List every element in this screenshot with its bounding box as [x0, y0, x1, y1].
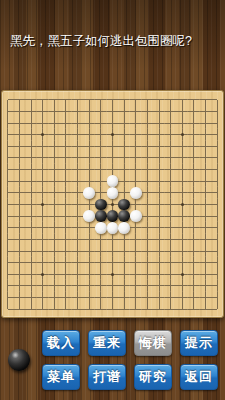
board-cell[interactable]	[72, 175, 84, 187]
board-cell[interactable]	[211, 175, 223, 187]
board-cell[interactable]	[14, 234, 26, 246]
board-cell[interactable]	[153, 152, 165, 164]
board-cell[interactable]	[188, 152, 200, 164]
board-cell[interactable]	[37, 292, 49, 304]
board-cell[interactable]	[165, 129, 177, 141]
board-cell[interactable]	[14, 199, 26, 211]
board-cell[interactable]	[2, 129, 14, 141]
board-cell[interactable]	[72, 187, 84, 199]
board-cell[interactable]	[107, 222, 119, 234]
board-cell[interactable]	[14, 141, 26, 153]
board-cell[interactable]	[72, 164, 84, 176]
board-cell[interactable]	[95, 175, 107, 187]
board-cell[interactable]	[25, 257, 37, 269]
board-cell[interactable]	[165, 187, 177, 199]
board-cell[interactable]	[49, 234, 61, 246]
board-cell[interactable]	[153, 199, 165, 211]
board-cell[interactable]	[200, 94, 212, 106]
board-cell[interactable]	[14, 187, 26, 199]
button-kifu[interactable]: 打谱	[88, 364, 126, 390]
board-cell[interactable]	[142, 164, 154, 176]
board-cell[interactable]	[2, 164, 14, 176]
board-cell[interactable]	[130, 129, 142, 141]
board-cell[interactable]	[176, 152, 188, 164]
board-cell[interactable]	[176, 222, 188, 234]
board-cell[interactable]	[211, 141, 223, 153]
board-cell[interactable]	[165, 234, 177, 246]
board-cell[interactable]	[2, 292, 14, 304]
board-cell[interactable]	[130, 164, 142, 176]
board-cell[interactable]	[60, 106, 72, 118]
board-cell[interactable]	[83, 303, 95, 315]
board-cell[interactable]	[25, 234, 37, 246]
board-cell[interactable]	[49, 175, 61, 187]
board-cell[interactable]	[142, 187, 154, 199]
board-cell[interactable]	[118, 106, 130, 118]
board-cell[interactable]	[83, 164, 95, 176]
board-cell[interactable]	[211, 257, 223, 269]
board-cell[interactable]	[2, 222, 14, 234]
board-cell[interactable]	[107, 106, 119, 118]
board-cell[interactable]	[95, 106, 107, 118]
board-cell[interactable]	[49, 141, 61, 153]
board-cell[interactable]	[107, 117, 119, 129]
board-cell[interactable]	[142, 141, 154, 153]
board-cell[interactable]	[14, 117, 26, 129]
board-cell[interactable]	[153, 164, 165, 176]
board-cell[interactable]	[188, 187, 200, 199]
board-cell[interactable]	[188, 303, 200, 315]
board-cell[interactable]	[200, 234, 212, 246]
board-cell[interactable]	[130, 175, 142, 187]
board-cell[interactable]	[153, 106, 165, 118]
board-cell[interactable]	[25, 152, 37, 164]
board-cell[interactable]	[153, 257, 165, 269]
board-cell[interactable]	[130, 303, 142, 315]
board-cell[interactable]	[83, 268, 95, 280]
board-cell[interactable]	[60, 141, 72, 153]
board-cell[interactable]	[2, 303, 14, 315]
board-cell[interactable]	[25, 222, 37, 234]
board-cell[interactable]	[176, 210, 188, 222]
board-cell[interactable]	[153, 175, 165, 187]
board-cell[interactable]	[142, 210, 154, 222]
board-cell[interactable]	[25, 280, 37, 292]
board-cell[interactable]	[211, 129, 223, 141]
board-cell[interactable]	[2, 280, 14, 292]
board-cell[interactable]	[153, 117, 165, 129]
board-cell[interactable]	[130, 257, 142, 269]
board-cell[interactable]	[49, 257, 61, 269]
board-cell[interactable]	[60, 303, 72, 315]
board-cell[interactable]	[130, 94, 142, 106]
board-cell[interactable]	[72, 129, 84, 141]
board-cell[interactable]	[118, 94, 130, 106]
board-cell[interactable]	[95, 292, 107, 304]
board-cell[interactable]	[14, 245, 26, 257]
board-cell[interactable]	[118, 222, 130, 234]
board-cell[interactable]	[118, 234, 130, 246]
board-cell[interactable]	[25, 245, 37, 257]
board-cell[interactable]	[83, 210, 95, 222]
board-cell[interactable]	[176, 245, 188, 257]
board-cell[interactable]	[142, 257, 154, 269]
board-cell[interactable]	[14, 94, 26, 106]
board-cell[interactable]	[153, 280, 165, 292]
board-cell[interactable]	[176, 175, 188, 187]
board-cell[interactable]	[60, 117, 72, 129]
board-cell[interactable]	[188, 141, 200, 153]
board-cell[interactable]	[165, 94, 177, 106]
board-cell[interactable]	[118, 245, 130, 257]
board-cell[interactable]	[107, 164, 119, 176]
board-cell[interactable]	[107, 141, 119, 153]
board-cell[interactable]	[72, 257, 84, 269]
board-cell[interactable]	[49, 245, 61, 257]
board-cell[interactable]	[107, 129, 119, 141]
board-cell[interactable]	[200, 210, 212, 222]
board-cell[interactable]	[142, 268, 154, 280]
board-cell[interactable]	[130, 187, 142, 199]
board-cell[interactable]	[25, 175, 37, 187]
board-cell[interactable]	[211, 292, 223, 304]
board-cell[interactable]	[83, 292, 95, 304]
board-cell[interactable]	[142, 152, 154, 164]
board-cell[interactable]	[165, 292, 177, 304]
board-cell[interactable]	[95, 268, 107, 280]
board-cell[interactable]	[2, 175, 14, 187]
board-cell[interactable]	[153, 222, 165, 234]
board-cell[interactable]	[14, 106, 26, 118]
button-load[interactable]: 载入	[42, 330, 80, 356]
board-cell[interactable]	[107, 152, 119, 164]
board-cell[interactable]	[107, 292, 119, 304]
board-cell[interactable]	[165, 141, 177, 153]
board-cell[interactable]	[49, 292, 61, 304]
board-cell[interactable]	[200, 164, 212, 176]
board-cell[interactable]	[188, 222, 200, 234]
board-cell[interactable]	[14, 129, 26, 141]
board-cell[interactable]	[72, 268, 84, 280]
board-cell[interactable]	[37, 210, 49, 222]
board-cell[interactable]	[72, 106, 84, 118]
board-cell[interactable]	[49, 303, 61, 315]
board-cell[interactable]	[25, 164, 37, 176]
board-cell[interactable]	[165, 245, 177, 257]
board-cell[interactable]	[153, 268, 165, 280]
board-cell[interactable]	[2, 187, 14, 199]
board-cell[interactable]	[142, 106, 154, 118]
board-cell[interactable]	[37, 199, 49, 211]
board-cell[interactable]	[188, 234, 200, 246]
board-cell[interactable]	[37, 245, 49, 257]
board-cell[interactable]	[165, 268, 177, 280]
board-cell[interactable]	[2, 141, 14, 153]
board-cell[interactable]	[130, 234, 142, 246]
board-cell[interactable]	[83, 199, 95, 211]
board-cell[interactable]	[37, 280, 49, 292]
board-cell[interactable]	[142, 129, 154, 141]
button-undo[interactable]: 悔棋	[134, 330, 172, 356]
board-cell[interactable]	[95, 234, 107, 246]
board-cell[interactable]	[83, 141, 95, 153]
board-cell[interactable]	[188, 117, 200, 129]
board-cell[interactable]	[83, 187, 95, 199]
board-cell[interactable]	[188, 164, 200, 176]
board-cell[interactable]	[107, 210, 119, 222]
board-cell[interactable]	[118, 292, 130, 304]
board-cell[interactable]	[72, 303, 84, 315]
board-cell[interactable]	[25, 94, 37, 106]
board-cell[interactable]	[142, 280, 154, 292]
board-cell[interactable]	[37, 94, 49, 106]
board-cell[interactable]	[176, 292, 188, 304]
board-cell[interactable]	[188, 129, 200, 141]
board-cell[interactable]	[200, 152, 212, 164]
board-cell[interactable]	[14, 210, 26, 222]
board-cell[interactable]	[176, 187, 188, 199]
board-cell[interactable]	[200, 245, 212, 257]
board-cell[interactable]	[107, 280, 119, 292]
board-cell[interactable]	[118, 268, 130, 280]
board-cell[interactable]	[153, 94, 165, 106]
board-cell[interactable]	[211, 268, 223, 280]
board-cell[interactable]	[188, 199, 200, 211]
board-cell[interactable]	[49, 129, 61, 141]
board-cell[interactable]	[176, 199, 188, 211]
board-cell[interactable]	[107, 303, 119, 315]
board-cell[interactable]	[37, 187, 49, 199]
board-cell[interactable]	[25, 268, 37, 280]
board-cell[interactable]	[165, 106, 177, 118]
board-cell[interactable]	[176, 268, 188, 280]
board-cell[interactable]	[130, 152, 142, 164]
board-cell[interactable]	[153, 234, 165, 246]
board-cell[interactable]	[200, 303, 212, 315]
button-restart[interactable]: 重来	[88, 330, 126, 356]
board-cell[interactable]	[83, 94, 95, 106]
board-cell[interactable]	[95, 141, 107, 153]
board-cell[interactable]	[37, 222, 49, 234]
board-cell[interactable]	[72, 234, 84, 246]
board-cell[interactable]	[211, 106, 223, 118]
board-cell[interactable]	[176, 129, 188, 141]
board-cell[interactable]	[2, 245, 14, 257]
board-cell[interactable]	[60, 152, 72, 164]
board-cell[interactable]	[130, 199, 142, 211]
board-cell[interactable]	[153, 245, 165, 257]
board-cell[interactable]	[49, 222, 61, 234]
board-cell[interactable]	[83, 280, 95, 292]
board-cell[interactable]	[49, 164, 61, 176]
board-cell[interactable]	[200, 117, 212, 129]
board-cell[interactable]	[83, 152, 95, 164]
board-cell[interactable]	[95, 117, 107, 129]
board-cell[interactable]	[142, 222, 154, 234]
board-cell[interactable]	[95, 187, 107, 199]
board-cell[interactable]	[14, 292, 26, 304]
board-cell[interactable]	[142, 199, 154, 211]
board-cell[interactable]	[107, 199, 119, 211]
board-cell[interactable]	[142, 117, 154, 129]
board-cell[interactable]	[107, 187, 119, 199]
board-cell[interactable]	[83, 117, 95, 129]
button-back[interactable]: 返回	[180, 364, 218, 390]
board-cell[interactable]	[176, 117, 188, 129]
board-cell[interactable]	[176, 280, 188, 292]
board-cell[interactable]	[60, 187, 72, 199]
board-cell[interactable]	[72, 199, 84, 211]
board-cell[interactable]	[130, 292, 142, 304]
board-cell[interactable]	[72, 280, 84, 292]
board-cell[interactable]	[72, 292, 84, 304]
board-cell[interactable]	[14, 280, 26, 292]
board-cell[interactable]	[49, 280, 61, 292]
board-cell[interactable]	[2, 152, 14, 164]
board-cell[interactable]	[142, 234, 154, 246]
board-cell[interactable]	[60, 292, 72, 304]
board-cell[interactable]	[211, 152, 223, 164]
board-cell[interactable]	[2, 199, 14, 211]
board-cell[interactable]	[60, 164, 72, 176]
board-cell[interactable]	[2, 94, 14, 106]
board-cell[interactable]	[107, 257, 119, 269]
board-cell[interactable]	[14, 257, 26, 269]
board-cell[interactable]	[188, 94, 200, 106]
board-cell[interactable]	[60, 268, 72, 280]
board-cell[interactable]	[130, 141, 142, 153]
board-cell[interactable]	[37, 268, 49, 280]
board-cell[interactable]	[72, 94, 84, 106]
board-cell[interactable]	[176, 164, 188, 176]
board-cell[interactable]	[37, 129, 49, 141]
board-cell[interactable]	[83, 106, 95, 118]
board-cell[interactable]	[153, 129, 165, 141]
board-cell[interactable]	[188, 245, 200, 257]
board-cell[interactable]	[153, 141, 165, 153]
board-cell[interactable]	[211, 94, 223, 106]
board-cell[interactable]	[37, 175, 49, 187]
board-cell[interactable]	[107, 268, 119, 280]
board-cell[interactable]	[118, 280, 130, 292]
board-cell[interactable]	[25, 303, 37, 315]
board-cell[interactable]	[37, 141, 49, 153]
board-cell[interactable]	[200, 199, 212, 211]
board-cell[interactable]	[60, 129, 72, 141]
board-cell[interactable]	[2, 106, 14, 118]
board-cell[interactable]	[211, 117, 223, 129]
board-cell[interactable]	[118, 129, 130, 141]
board-cell[interactable]	[72, 117, 84, 129]
board-cell[interactable]	[118, 164, 130, 176]
board-cell[interactable]	[60, 94, 72, 106]
board-cell[interactable]	[211, 222, 223, 234]
board-cell[interactable]	[37, 164, 49, 176]
board-cell[interactable]	[176, 257, 188, 269]
board-cell[interactable]	[188, 257, 200, 269]
board-cell[interactable]	[72, 245, 84, 257]
board-cell[interactable]	[142, 292, 154, 304]
board-cell[interactable]	[211, 234, 223, 246]
board-cell[interactable]	[83, 257, 95, 269]
board-cell[interactable]	[118, 141, 130, 153]
board-cell[interactable]	[83, 234, 95, 246]
board-cell[interactable]	[2, 234, 14, 246]
board-cell[interactable]	[200, 187, 212, 199]
board-cell[interactable]	[200, 129, 212, 141]
board-cell[interactable]	[176, 303, 188, 315]
board-cell[interactable]	[37, 234, 49, 246]
board-cell[interactable]	[118, 210, 130, 222]
board-cell[interactable]	[165, 175, 177, 187]
board-cell[interactable]	[118, 257, 130, 269]
board-cell[interactable]	[200, 268, 212, 280]
board-cell[interactable]	[165, 152, 177, 164]
board-cell[interactable]	[49, 268, 61, 280]
board-cell[interactable]	[83, 175, 95, 187]
board-cell[interactable]	[200, 222, 212, 234]
board-cell[interactable]	[49, 106, 61, 118]
button-study[interactable]: 研究	[134, 364, 172, 390]
board-cell[interactable]	[2, 210, 14, 222]
board-cell[interactable]	[130, 117, 142, 129]
board-cell[interactable]	[25, 210, 37, 222]
board-cell[interactable]	[176, 141, 188, 153]
board-cell[interactable]	[95, 94, 107, 106]
board-cell[interactable]	[95, 210, 107, 222]
board-cell[interactable]	[188, 268, 200, 280]
board-cell[interactable]	[14, 303, 26, 315]
board-cell[interactable]	[188, 106, 200, 118]
board-cell[interactable]	[142, 303, 154, 315]
board-cell[interactable]	[2, 268, 14, 280]
board-cell[interactable]	[211, 245, 223, 257]
board-cell[interactable]	[118, 152, 130, 164]
board-cell[interactable]	[72, 210, 84, 222]
board-cell[interactable]	[95, 199, 107, 211]
board-cell[interactable]	[95, 222, 107, 234]
board-cell[interactable]	[14, 222, 26, 234]
board-cell[interactable]	[165, 210, 177, 222]
board-cell[interactable]	[95, 257, 107, 269]
board-cell[interactable]	[165, 117, 177, 129]
board-cell[interactable]	[25, 106, 37, 118]
board-cell[interactable]	[60, 199, 72, 211]
board-cell[interactable]	[165, 257, 177, 269]
board-cell[interactable]	[72, 222, 84, 234]
board-cell[interactable]	[188, 280, 200, 292]
board-cell[interactable]	[188, 210, 200, 222]
board-cell[interactable]	[107, 234, 119, 246]
board-cell[interactable]	[95, 164, 107, 176]
board-cell[interactable]	[153, 292, 165, 304]
board-cell[interactable]	[200, 106, 212, 118]
board-cell[interactable]	[49, 210, 61, 222]
board-cell[interactable]	[14, 164, 26, 176]
board-cell[interactable]	[25, 129, 37, 141]
board-cell[interactable]	[130, 222, 142, 234]
board-cell[interactable]	[37, 257, 49, 269]
board-cell[interactable]	[49, 199, 61, 211]
board-cell[interactable]	[176, 94, 188, 106]
button-hint[interactable]: 提示	[180, 330, 218, 356]
board-cell[interactable]	[142, 175, 154, 187]
board-cell[interactable]	[72, 152, 84, 164]
board-cell[interactable]	[83, 222, 95, 234]
board-cell[interactable]	[211, 280, 223, 292]
board-cell[interactable]	[95, 280, 107, 292]
board-cell[interactable]	[95, 129, 107, 141]
